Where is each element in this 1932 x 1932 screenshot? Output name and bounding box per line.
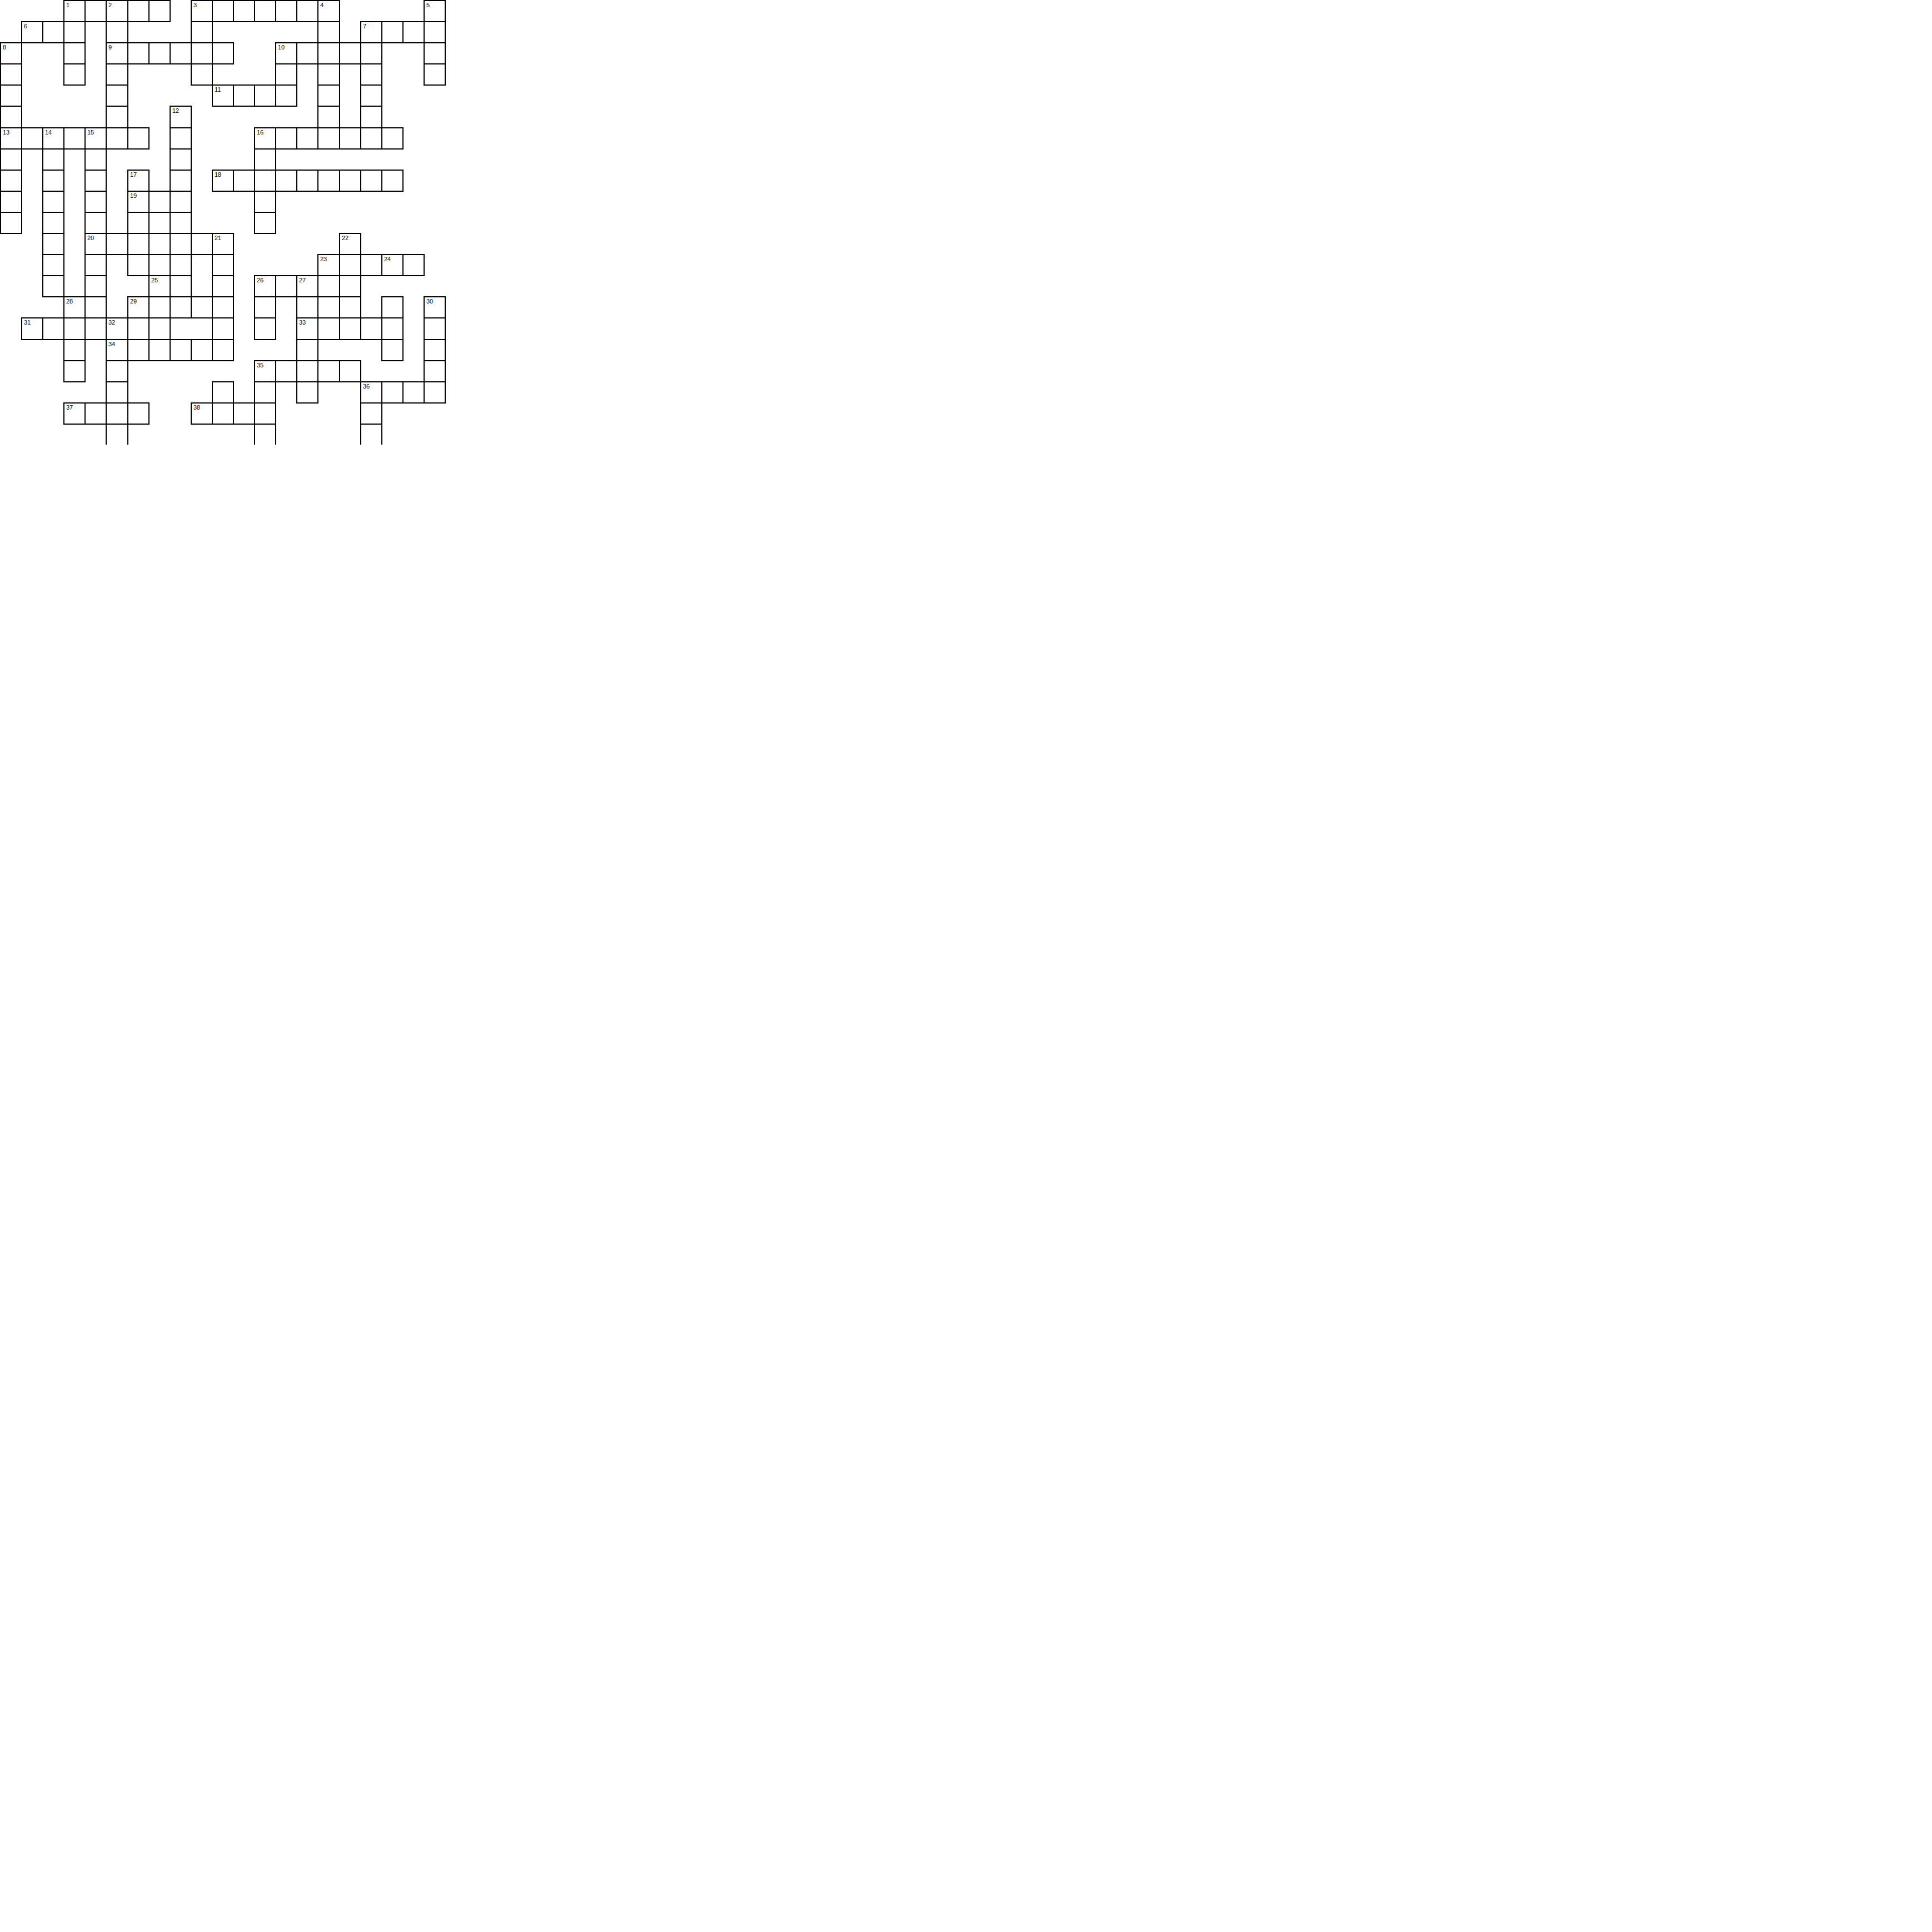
- cell-c18r16[interactable]: [381, 339, 404, 361]
- cell-c4r8[interactable]: [84, 170, 107, 192]
- cell-c17r1[interactable]: [360, 21, 382, 43]
- cell-c5r19[interactable]: [106, 402, 128, 425]
- cell-c6r15[interactable]: [127, 317, 150, 340]
- cell-c20r2[interactable]: [424, 42, 446, 64]
- cell-c7r2[interactable]: [148, 42, 171, 64]
- cell-c4r10[interactable]: [84, 212, 107, 234]
- cell-c17r2[interactable]: [360, 42, 382, 64]
- cell-c17r6[interactable]: [360, 127, 382, 150]
- cell-c2r1[interactable]: [42, 21, 64, 43]
- cell-c12r13[interactable]: [254, 275, 276, 297]
- cell-c20r0[interactable]: [424, 0, 446, 22]
- cell-c9r1[interactable]: [191, 21, 213, 43]
- cell-c16r2[interactable]: [339, 42, 361, 64]
- cell-c10r12[interactable]: [212, 254, 234, 276]
- cell-c12r20[interactable]: [254, 424, 276, 445]
- cell-c19r12[interactable]: [402, 254, 425, 276]
- cell-c0r3[interactable]: [0, 63, 22, 86]
- cell-c6r19[interactable]: [127, 402, 150, 425]
- cell-c17r12[interactable]: [360, 254, 382, 276]
- cell-c2r13[interactable]: [42, 275, 64, 297]
- cell-c0r8[interactable]: [0, 170, 22, 192]
- cell-c2r15[interactable]: [42, 317, 64, 340]
- cell-c12r7[interactable]: [254, 148, 276, 171]
- cell-c5r5[interactable]: [106, 106, 128, 128]
- cell-c18r14[interactable]: [381, 296, 404, 318]
- cell-c7r13[interactable]: [148, 275, 171, 297]
- cell-c9r2[interactable]: [191, 42, 213, 64]
- cell-c3r1[interactable]: [63, 21, 86, 43]
- cell-c6r9[interactable]: [127, 191, 150, 213]
- cell-c12r0[interactable]: [254, 0, 276, 22]
- cell-c8r10[interactable]: [170, 212, 192, 234]
- cell-c5r1[interactable]: [106, 21, 128, 43]
- cell-c16r17[interactable]: [339, 360, 361, 382]
- cell-c4r7[interactable]: [84, 148, 107, 171]
- cell-c7r0[interactable]: [148, 0, 171, 22]
- cell-c16r15[interactable]: [339, 317, 361, 340]
- cell-c16r8[interactable]: [339, 170, 361, 192]
- cell-c8r7[interactable]: [170, 148, 192, 171]
- cell-c15r4[interactable]: [317, 84, 340, 107]
- cell-c3r0[interactable]: [63, 0, 86, 22]
- cell-c14r17[interactable]: [296, 360, 318, 382]
- cell-c17r19[interactable]: [360, 402, 382, 425]
- cell-c15r0[interactable]: [317, 0, 340, 22]
- cell-c11r8[interactable]: [233, 170, 255, 192]
- cell-c12r6[interactable]: [254, 127, 276, 150]
- cell-c2r10[interactable]: [42, 212, 64, 234]
- cell-c7r15[interactable]: [148, 317, 171, 340]
- cell-c5r17[interactable]: [106, 360, 128, 382]
- cell-c5r20[interactable]: [106, 424, 128, 445]
- cell-c10r11[interactable]: [212, 233, 234, 255]
- cell-c9r3[interactable]: [191, 63, 213, 86]
- cell-c4r9[interactable]: [84, 191, 107, 213]
- cell-c10r18[interactable]: [212, 381, 234, 404]
- cell-c0r7[interactable]: [0, 148, 22, 171]
- cell-c7r14[interactable]: [148, 296, 171, 318]
- cell-c3r17[interactable]: [63, 360, 86, 382]
- cell-c5r4[interactable]: [106, 84, 128, 107]
- cell-c8r16[interactable]: [170, 339, 192, 361]
- cell-c6r11[interactable]: [127, 233, 150, 255]
- cell-c4r19[interactable]: [84, 402, 107, 425]
- cell-c8r2[interactable]: [170, 42, 192, 64]
- cell-c20r3[interactable]: [424, 63, 446, 86]
- cell-c15r2[interactable]: [317, 42, 340, 64]
- cell-c10r2[interactable]: [212, 42, 234, 64]
- cell-c4r12[interactable]: [84, 254, 107, 276]
- cell-c16r6[interactable]: [339, 127, 361, 150]
- cell-c13r2[interactable]: [275, 42, 297, 64]
- cell-c19r18[interactable]: [402, 381, 425, 404]
- cell-c7r16[interactable]: [148, 339, 171, 361]
- cell-c20r14[interactable]: [424, 296, 446, 318]
- cell-c8r6[interactable]: [170, 127, 192, 150]
- cell-c0r2[interactable]: [0, 42, 22, 64]
- cell-c2r9[interactable]: [42, 191, 64, 213]
- cell-c10r13[interactable]: [212, 275, 234, 297]
- cell-c10r15[interactable]: [212, 317, 234, 340]
- crossword-page: 1234567891011121314151617181920212223242…: [0, 0, 1932, 445]
- cell-c13r8[interactable]: [275, 170, 297, 192]
- cell-c10r4[interactable]: [212, 84, 234, 107]
- cell-c18r6[interactable]: [381, 127, 404, 150]
- cell-c11r19[interactable]: [233, 402, 255, 425]
- cell-c12r4[interactable]: [254, 84, 276, 107]
- crossword-grid: 1234567891011121314151617181920212223242…: [0, 0, 445, 445]
- cell-c9r11[interactable]: [191, 233, 213, 255]
- cell-c7r9[interactable]: [148, 191, 171, 213]
- cell-c6r0[interactable]: [127, 0, 150, 22]
- cell-c6r14[interactable]: [127, 296, 150, 318]
- cell-c16r11[interactable]: [339, 233, 361, 255]
- cell-c15r5[interactable]: [317, 106, 340, 128]
- cell-c17r8[interactable]: [360, 170, 382, 192]
- cell-c19r1[interactable]: [402, 21, 425, 43]
- cell-c18r1[interactable]: [381, 21, 404, 43]
- cell-c6r2[interactable]: [127, 42, 150, 64]
- cell-c14r16[interactable]: [296, 339, 318, 361]
- cell-c4r11[interactable]: [84, 233, 107, 255]
- cell-c12r15[interactable]: [254, 317, 276, 340]
- cell-c14r6[interactable]: [296, 127, 318, 150]
- cell-c14r0[interactable]: [296, 0, 318, 22]
- cell-c11r4[interactable]: [233, 84, 255, 107]
- cell-c1r6[interactable]: [21, 127, 43, 150]
- cell-c5r3[interactable]: [106, 63, 128, 86]
- cell-c0r9[interactable]: [0, 191, 22, 213]
- cell-c17r4[interactable]: [360, 84, 382, 107]
- cell-c20r1[interactable]: [424, 21, 446, 43]
- cell-c12r18[interactable]: [254, 381, 276, 404]
- cell-c18r18[interactable]: [381, 381, 404, 404]
- cell-c8r14[interactable]: [170, 296, 192, 318]
- cell-c3r14[interactable]: [63, 296, 86, 318]
- cell-c0r4[interactable]: [0, 84, 22, 107]
- cell-c2r12[interactable]: [42, 254, 64, 276]
- cell-c13r3[interactable]: [275, 63, 297, 86]
- cell-c6r6[interactable]: [127, 127, 150, 150]
- cell-c8r5[interactable]: [170, 106, 192, 128]
- cell-c10r8[interactable]: [212, 170, 234, 192]
- cell-c5r2[interactable]: [106, 42, 128, 64]
- cell-c2r8[interactable]: [42, 170, 64, 192]
- cell-c6r10[interactable]: [127, 212, 150, 234]
- cell-c12r17[interactable]: [254, 360, 276, 382]
- cell-c11r0[interactable]: [233, 0, 255, 22]
- cell-c14r8[interactable]: [296, 170, 318, 192]
- cell-c14r18[interactable]: [296, 381, 318, 404]
- cell-c18r15[interactable]: [381, 317, 404, 340]
- cell-c15r13[interactable]: [317, 275, 340, 297]
- cell-c5r11[interactable]: [106, 233, 128, 255]
- cell-c15r3[interactable]: [317, 63, 340, 86]
- cell-c17r15[interactable]: [360, 317, 382, 340]
- cell-c5r15[interactable]: [106, 317, 128, 340]
- cell-c12r8[interactable]: [254, 170, 276, 192]
- cell-c13r13[interactable]: [275, 275, 297, 297]
- cell-c13r4[interactable]: [275, 84, 297, 107]
- cell-c9r14[interactable]: [191, 296, 213, 318]
- cell-c20r17[interactable]: [424, 360, 446, 382]
- cell-c4r13[interactable]: [84, 275, 107, 297]
- cell-c16r13[interactable]: [339, 275, 361, 297]
- cell-c14r15[interactable]: [296, 317, 318, 340]
- cell-c12r9[interactable]: [254, 191, 276, 213]
- cell-c10r16[interactable]: [212, 339, 234, 361]
- cell-c8r13[interactable]: [170, 275, 192, 297]
- cell-c5r18[interactable]: [106, 381, 128, 404]
- cell-c9r0[interactable]: [191, 0, 213, 22]
- cell-c9r19[interactable]: [191, 402, 213, 425]
- cell-c18r12[interactable]: [381, 254, 404, 276]
- cell-c10r14[interactable]: [212, 296, 234, 318]
- cell-c8r9[interactable]: [170, 191, 192, 213]
- cell-c18r8[interactable]: [381, 170, 404, 192]
- cell-c12r14[interactable]: [254, 296, 276, 318]
- cell-c13r17[interactable]: [275, 360, 297, 382]
- cell-c0r10[interactable]: [0, 212, 22, 234]
- cell-c17r3[interactable]: [360, 63, 382, 86]
- cell-c5r0[interactable]: [106, 0, 128, 22]
- cell-c16r14[interactable]: [339, 296, 361, 318]
- cell-c6r8[interactable]: [127, 170, 150, 192]
- cell-c2r6[interactable]: [42, 127, 64, 150]
- cell-c4r15[interactable]: [84, 317, 107, 340]
- cell-c20r15[interactable]: [424, 317, 446, 340]
- cell-c15r8[interactable]: [317, 170, 340, 192]
- cell-c10r19[interactable]: [212, 402, 234, 425]
- cell-c4r6[interactable]: [84, 127, 107, 150]
- cell-c17r18[interactable]: [360, 381, 382, 404]
- cell-c15r12[interactable]: [317, 254, 340, 276]
- cell-c9r16[interactable]: [191, 339, 213, 361]
- cell-c4r0[interactable]: [84, 0, 107, 22]
- cell-c3r2[interactable]: [63, 42, 86, 64]
- cell-c8r12[interactable]: [170, 254, 192, 276]
- cell-c3r15[interactable]: [63, 317, 86, 340]
- cell-c15r1[interactable]: [317, 21, 340, 43]
- cell-c2r7[interactable]: [42, 148, 64, 171]
- cell-c8r11[interactable]: [170, 233, 192, 255]
- cell-c3r16[interactable]: [63, 339, 86, 361]
- cell-c5r16[interactable]: [106, 339, 128, 361]
- cell-c0r5[interactable]: [0, 106, 22, 128]
- cell-c14r13[interactable]: [296, 275, 318, 297]
- cell-c15r6[interactable]: [317, 127, 340, 150]
- cell-c12r19[interactable]: [254, 402, 276, 425]
- cell-c15r15[interactable]: [317, 317, 340, 340]
- cell-c3r3[interactable]: [63, 63, 86, 86]
- cell-c13r0[interactable]: [275, 0, 297, 22]
- cell-c3r6[interactable]: [63, 127, 86, 150]
- cell-c14r2[interactable]: [296, 42, 318, 64]
- cell-c20r18[interactable]: [424, 381, 446, 404]
- cell-c10r0[interactable]: [212, 0, 234, 22]
- cell-c13r6[interactable]: [275, 127, 297, 150]
- cell-c12r10[interactable]: [254, 212, 276, 234]
- cell-c1r1[interactable]: [21, 21, 43, 43]
- cell-c16r12[interactable]: [339, 254, 361, 276]
- cell-c15r17[interactable]: [317, 360, 340, 382]
- cell-c0r6[interactable]: [0, 127, 22, 150]
- cell-c1r15[interactable]: [21, 317, 43, 340]
- cell-c3r19[interactable]: [63, 402, 86, 425]
- cell-c14r14[interactable]: [296, 296, 318, 318]
- cell-c17r20[interactable]: [360, 424, 382, 445]
- cell-c6r12[interactable]: [127, 254, 150, 276]
- cell-c2r11[interactable]: [42, 233, 64, 255]
- cell-c6r16[interactable]: [127, 339, 150, 361]
- cell-c4r14[interactable]: [84, 296, 107, 318]
- cell-c8r8[interactable]: [170, 170, 192, 192]
- cell-c5r6[interactable]: [106, 127, 128, 150]
- cell-c20r16[interactable]: [424, 339, 446, 361]
- cell-c7r11[interactable]: [148, 233, 171, 255]
- cell-c17r5[interactable]: [360, 106, 382, 128]
